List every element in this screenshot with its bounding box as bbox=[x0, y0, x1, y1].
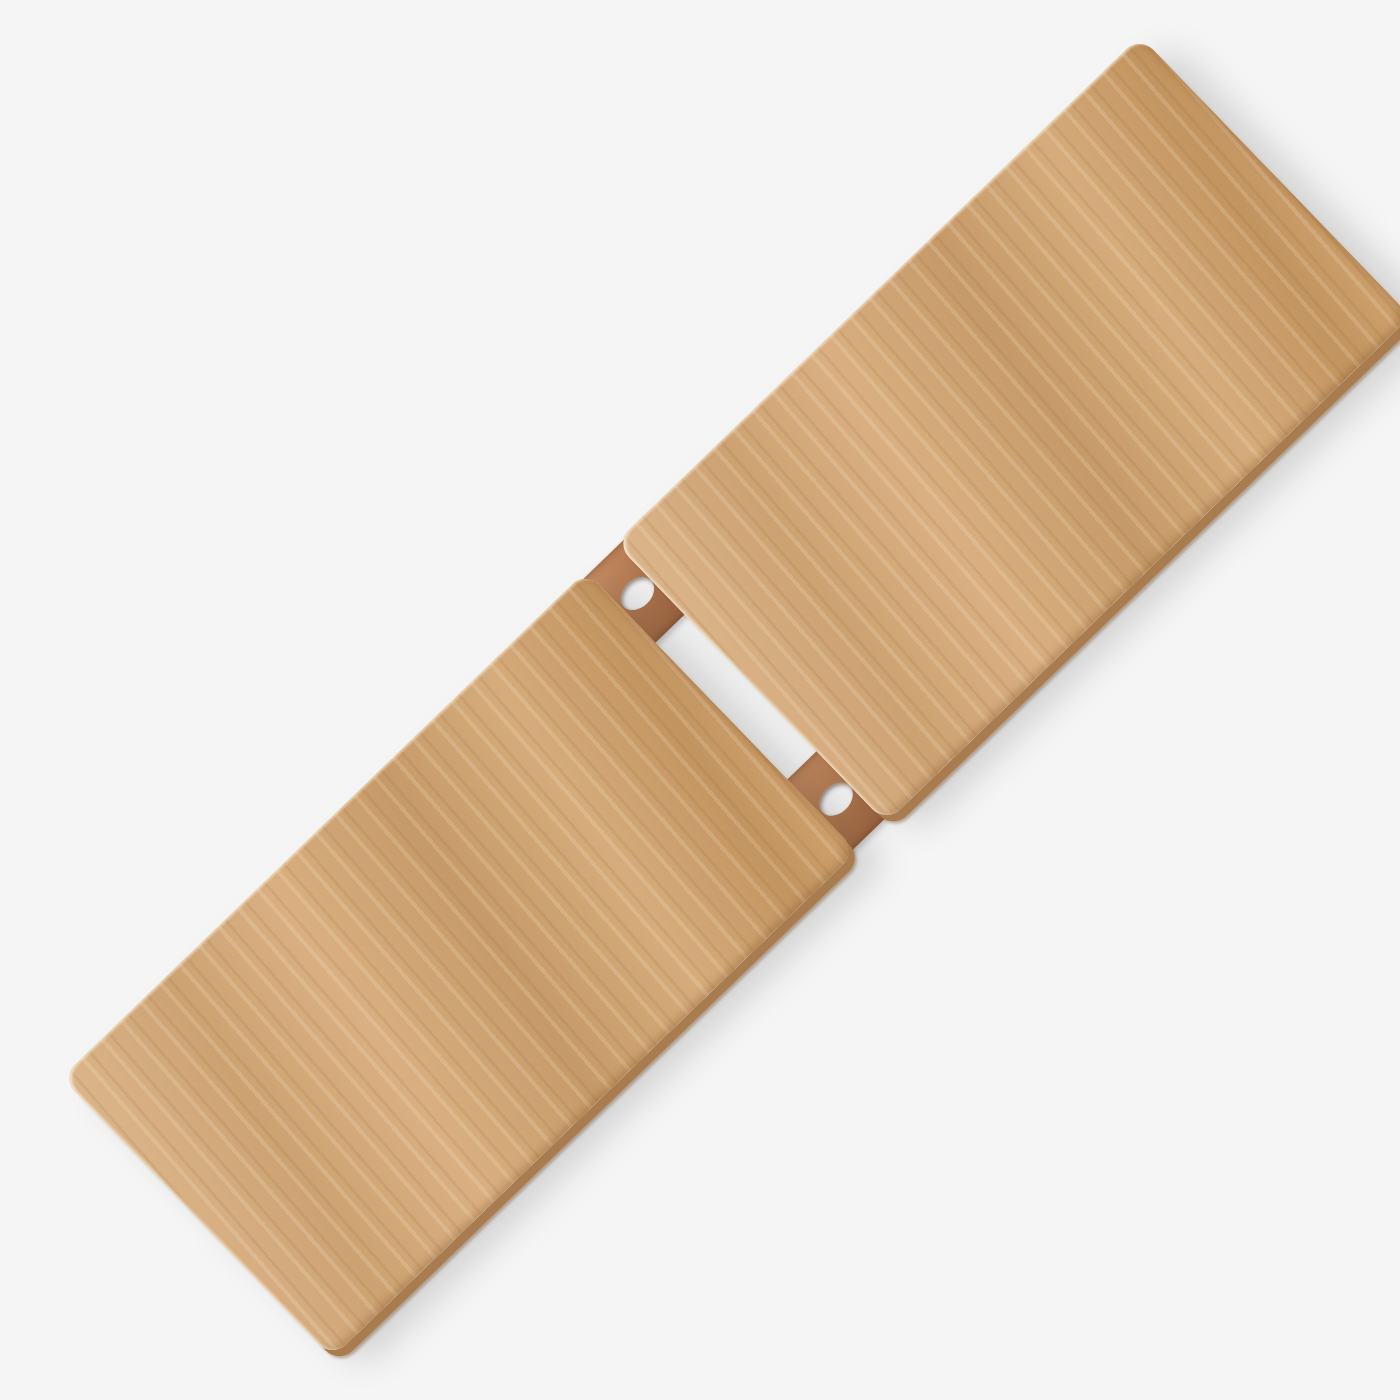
mancala-board bbox=[61, 36, 1400, 1359]
board-half-east bbox=[615, 36, 1400, 824]
board-half-west bbox=[61, 571, 857, 1359]
mancala-board-photo bbox=[0, 0, 1400, 1400]
